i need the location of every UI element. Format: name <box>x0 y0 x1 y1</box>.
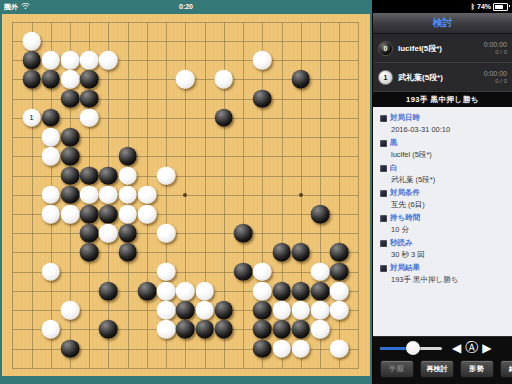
stone-white <box>311 320 330 339</box>
info-value: 2016-03-31 00:10 <box>380 124 505 136</box>
stone-white <box>41 262 60 281</box>
review-panel: 検討 0lucifel(5段*)0:00:000 / 01武礼葉(5段*)0:0… <box>372 13 512 384</box>
info-value: lucifel (5段*) <box>380 149 505 161</box>
stone-black <box>291 243 310 262</box>
stone-black <box>253 339 272 358</box>
control-button-disabled: 手順 <box>380 360 414 378</box>
game-info-label-row: 対局日時 <box>380 112 505 124</box>
stone-white <box>157 320 176 339</box>
stone-black <box>234 262 253 281</box>
stone-black <box>234 224 253 243</box>
stone-white <box>195 282 214 301</box>
stone-white <box>22 32 41 51</box>
stone-black <box>22 51 41 70</box>
clock-label: 0:20 <box>0 3 372 10</box>
game-info-item: 対局条件互先 (6目) <box>380 187 505 211</box>
info-bullet-icon <box>380 140 387 147</box>
stone-white <box>80 185 99 204</box>
player-clock: 0:00:000 / 0 <box>484 69 507 86</box>
previous-move-button[interactable]: ◀ <box>452 342 461 354</box>
game-info-label-row: 黒 <box>380 137 505 149</box>
stone-black <box>291 70 310 89</box>
stone-white <box>118 185 137 204</box>
info-bullet-icon <box>380 265 387 272</box>
stone-white <box>61 70 80 89</box>
stone-black <box>330 262 349 281</box>
stone-white <box>291 339 310 358</box>
stone-black <box>215 301 234 320</box>
info-bullet-icon <box>380 115 387 122</box>
stone-white <box>41 320 60 339</box>
move-navigation-row: ◀ Ⓐ ▶ <box>380 342 505 354</box>
stone-black <box>61 89 80 108</box>
star-point <box>183 193 187 197</box>
star-point <box>299 193 303 197</box>
stone-black <box>272 243 291 262</box>
stone-black <box>80 224 99 243</box>
captured-count-badge-black: 0 <box>378 41 393 56</box>
stone-white <box>41 185 60 204</box>
panel-navbar: 検討 <box>373 13 512 34</box>
battery-icon <box>493 3 508 11</box>
stone-white <box>157 262 176 281</box>
stone-black <box>118 243 137 262</box>
stone-black <box>61 339 80 358</box>
control-button-enabled[interactable]: 再検討 <box>420 360 454 378</box>
info-label: 持ち時間 <box>390 213 420 223</box>
player-name: 武礼葉(5段*) <box>398 72 479 83</box>
grid-line-horizontal <box>12 233 359 234</box>
stone-black <box>99 282 118 301</box>
autoplay-button[interactable]: Ⓐ <box>465 342 478 354</box>
stone-black <box>311 282 330 301</box>
stone-black <box>41 70 60 89</box>
stone-black <box>99 320 118 339</box>
info-value: 互先 (6目) <box>380 199 505 211</box>
stone-white <box>176 282 195 301</box>
grid-line-vertical <box>358 22 359 368</box>
stone-white <box>118 166 137 185</box>
stone-black <box>176 320 195 339</box>
stone-black <box>22 70 41 89</box>
game-info-label-row: 持ち時間 <box>380 212 505 224</box>
stone-white <box>41 128 60 147</box>
info-value: 武礼葉 (5段*) <box>380 174 505 186</box>
stone-black <box>80 166 99 185</box>
stone-black <box>118 224 137 243</box>
bluetooth-icon: ᛒ <box>471 3 475 10</box>
stone-white <box>215 70 234 89</box>
stone-black <box>311 205 330 224</box>
stone-black <box>195 320 214 339</box>
info-label: 白 <box>390 163 398 173</box>
stone-black <box>272 282 291 301</box>
stone-black <box>41 109 60 128</box>
stone-white <box>80 109 99 128</box>
stone-white <box>157 282 176 301</box>
player-name: lucifel(5段*) <box>398 43 479 54</box>
stone-black <box>61 185 80 204</box>
status-bar-left: 圏外 0:20 <box>0 0 372 13</box>
stone-white <box>253 282 272 301</box>
app-window: 圏外 0:20 ᛒ 74% 1 検討 0lucifel(5段*)0:00:000… <box>0 0 512 384</box>
info-value: 10 分 <box>380 224 505 236</box>
stone-black <box>118 147 137 166</box>
stone-white <box>311 262 330 281</box>
game-info-item: 秒読み30 秒 3 回 <box>380 237 505 261</box>
info-bullet-icon <box>380 215 387 222</box>
info-bullet-icon <box>380 240 387 247</box>
stone-black <box>61 128 80 147</box>
game-info-label-row: 白 <box>380 162 505 174</box>
stone-black <box>80 89 99 108</box>
stone-black <box>291 282 310 301</box>
grid-line-horizontal <box>12 368 359 369</box>
info-label: 黒 <box>390 138 398 148</box>
status-bar: 圏外 0:20 ᛒ 74% <box>0 0 512 13</box>
stone-white <box>330 339 349 358</box>
info-label: 対局結果 <box>390 263 420 273</box>
stone-white <box>138 205 157 224</box>
stone-white <box>253 51 272 70</box>
captured-count-badge-white: 1 <box>378 70 393 85</box>
info-bullet-icon <box>380 165 387 172</box>
game-info-label-row: 対局結果 <box>380 262 505 274</box>
stone-black <box>215 320 234 339</box>
stone-white <box>272 339 291 358</box>
stone-white <box>195 301 214 320</box>
stone-white <box>118 205 137 224</box>
stone-black <box>61 166 80 185</box>
slider-knob[interactable] <box>406 341 420 355</box>
stone-white <box>41 147 60 166</box>
game-info-item: 対局日時2016-03-31 00:10 <box>380 112 505 136</box>
stone-white <box>99 51 118 70</box>
info-value: 30 秒 3 回 <box>380 249 505 261</box>
stone-black <box>272 320 291 339</box>
stone-white <box>61 205 80 224</box>
stone-black <box>253 301 272 320</box>
info-value: 193手 黒中押し勝ち <box>380 274 505 286</box>
stone-black <box>253 89 272 108</box>
grid-line-vertical <box>243 22 244 368</box>
stone-white: 1 <box>22 109 41 128</box>
stone-black <box>61 147 80 166</box>
stone-white <box>157 301 176 320</box>
stone-white <box>41 51 60 70</box>
grid-line-horizontal <box>12 272 359 273</box>
player-clock: 0:00:000 / 0 <box>484 40 507 57</box>
game-info-item: 持ち時間10 分 <box>380 212 505 236</box>
move-number-label: 1 <box>29 114 33 122</box>
player-row[interactable]: 0lucifel(5段*)0:00:000 / 0 <box>373 34 512 63</box>
battery-percent-label: 74% <box>477 3 491 10</box>
action-button-row: 手順再検討形勢終了 <box>380 360 505 378</box>
stone-white <box>157 224 176 243</box>
stone-white <box>157 166 176 185</box>
stone-white <box>330 301 349 320</box>
stone-black <box>253 320 272 339</box>
stone-black <box>215 109 234 128</box>
stone-black <box>99 166 118 185</box>
game-info-item: 黒lucifel (5段*) <box>380 137 505 161</box>
stone-white <box>99 224 118 243</box>
stone-white <box>138 185 157 204</box>
go-board[interactable]: 1 <box>2 14 370 376</box>
control-bar: ◀ Ⓐ ▶ 手順再検討形勢終了 <box>373 336 512 384</box>
player-list: 0lucifel(5段*)0:00:000 / 01武礼葉(5段*)0:00:0… <box>373 34 512 92</box>
stone-white <box>176 70 195 89</box>
info-label: 対局条件 <box>390 188 420 198</box>
panel-title: 検討 <box>433 16 453 30</box>
result-bar: 193手 黒中押し勝ち <box>373 92 512 107</box>
stone-black <box>330 243 349 262</box>
game-info-label-row: 秒読み <box>380 237 505 249</box>
control-button-enabled[interactable]: 終了 <box>500 360 512 378</box>
stone-black <box>80 243 99 262</box>
board-background: 1 <box>0 13 372 384</box>
stone-black <box>176 301 195 320</box>
stone-black <box>291 320 310 339</box>
stone-white <box>311 301 330 320</box>
info-label: 秒読み <box>390 238 413 248</box>
stone-white <box>291 301 310 320</box>
player-row[interactable]: 1武礼葉(5段*)0:00:000 / 0 <box>373 63 512 92</box>
stone-white <box>80 51 99 70</box>
game-info-item: 対局結果193手 黒中押し勝ち <box>380 262 505 286</box>
info-bullet-icon <box>380 190 387 197</box>
stone-black <box>80 205 99 224</box>
stone-white <box>253 262 272 281</box>
stone-white <box>61 301 80 320</box>
game-info-list: 対局日時2016-03-31 00:10黒lucifel (5段*)白武礼葉 (… <box>373 107 512 336</box>
control-button-enabled[interactable]: 形勢 <box>460 360 494 378</box>
stone-white <box>41 205 60 224</box>
stone-white <box>99 185 118 204</box>
stone-white <box>330 282 349 301</box>
move-slider[interactable] <box>380 342 442 354</box>
stone-white <box>61 51 80 70</box>
info-label: 対局日時 <box>390 113 420 123</box>
stone-black <box>80 70 99 89</box>
stone-black <box>99 205 118 224</box>
game-info-label-row: 対局条件 <box>380 187 505 199</box>
game-info-item: 白武礼葉 (5段*) <box>380 162 505 186</box>
next-move-button[interactable]: ▶ <box>482 342 491 354</box>
stone-white <box>272 301 291 320</box>
stone-black <box>138 282 157 301</box>
status-bar-right: ᛒ 74% <box>372 0 512 13</box>
